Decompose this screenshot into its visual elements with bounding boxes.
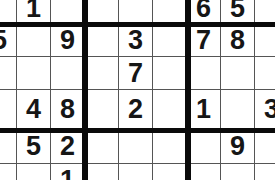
cell-r5c3[interactable]: 2 <box>51 130 85 164</box>
cell-r6c3[interactable]: 1 <box>51 164 85 180</box>
cell-r2c8[interactable]: 8 <box>221 24 255 57</box>
cell-r4c5[interactable]: 2 <box>119 90 153 130</box>
cell-r3c7[interactable] <box>187 57 221 90</box>
cell-r4c7[interactable]: 1 <box>187 90 221 130</box>
cell-r2c9[interactable] <box>255 24 275 57</box>
cell-r1c6[interactable] <box>153 0 187 24</box>
cell-r2c6[interactable] <box>153 24 187 57</box>
cell-r5c6[interactable] <box>153 130 187 164</box>
cell-r2c3[interactable]: 9 <box>51 24 85 57</box>
cell-r4c2[interactable]: 4 <box>17 90 51 130</box>
cell-r6c8[interactable] <box>221 164 255 180</box>
cell-r4c9[interactable]: 3 <box>255 90 275 130</box>
cell-r1c9[interactable] <box>255 0 275 24</box>
cell-r3c2[interactable] <box>17 57 51 90</box>
cell-r2c1[interactable]: 5 <box>0 24 17 57</box>
cell-r1c4[interactable] <box>85 0 119 24</box>
cell-r5c9[interactable] <box>255 130 275 164</box>
cell-r5c4[interactable] <box>85 130 119 164</box>
sudoku-crop-frame: 165593787482135291 <box>0 0 275 180</box>
cell-r5c8[interactable]: 9 <box>221 130 255 164</box>
cell-r4c3[interactable]: 8 <box>51 90 85 130</box>
cell-r2c4[interactable] <box>85 24 119 57</box>
cell-r3c1[interactable] <box>0 57 17 90</box>
cell-r5c7[interactable] <box>187 130 221 164</box>
cell-r6c2[interactable] <box>17 164 51 180</box>
cell-r1c3[interactable] <box>51 0 85 24</box>
cell-r3c9[interactable] <box>255 57 275 90</box>
cell-r6c5[interactable] <box>119 164 153 180</box>
cell-r1c1[interactable] <box>0 0 17 24</box>
cell-r3c8[interactable] <box>221 57 255 90</box>
cell-r3c5[interactable]: 7 <box>119 57 153 90</box>
cell-r6c9[interactable] <box>255 164 275 180</box>
cell-r4c4[interactable] <box>85 90 119 130</box>
sudoku-board: 165593787482135291 <box>0 0 275 180</box>
cell-r3c6[interactable] <box>153 57 187 90</box>
cell-r6c1[interactable] <box>0 164 17 180</box>
cell-r1c5[interactable] <box>119 0 153 24</box>
cell-r1c7[interactable]: 6 <box>187 0 221 24</box>
cell-r6c7[interactable] <box>187 164 221 180</box>
cell-r2c2[interactable] <box>17 24 51 57</box>
cell-r6c4[interactable] <box>85 164 119 180</box>
cell-r5c5[interactable] <box>119 130 153 164</box>
cell-r5c1[interactable] <box>0 130 17 164</box>
cell-r3c4[interactable] <box>85 57 119 90</box>
cell-r6c6[interactable] <box>153 164 187 180</box>
cell-r4c6[interactable] <box>153 90 187 130</box>
cell-r5c2[interactable]: 5 <box>17 130 51 164</box>
cell-r1c2[interactable]: 1 <box>17 0 51 24</box>
cell-r4c1[interactable] <box>0 90 17 130</box>
cell-r1c8[interactable]: 5 <box>221 0 255 24</box>
cell-r2c7[interactable]: 7 <box>187 24 221 57</box>
cell-r3c3[interactable] <box>51 57 85 90</box>
cell-r2c5[interactable]: 3 <box>119 24 153 57</box>
cell-r4c8[interactable] <box>221 90 255 130</box>
